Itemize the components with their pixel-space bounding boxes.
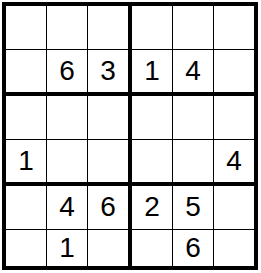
cell-r5c1[interactable] bbox=[6, 186, 47, 230]
cell-r6c4[interactable] bbox=[132, 230, 173, 266]
cell-r2c6[interactable] bbox=[214, 50, 254, 97]
cell-r6c2[interactable]: 1 bbox=[47, 230, 88, 266]
cell-r3c6[interactable] bbox=[214, 96, 254, 140]
cell-r5c3[interactable]: 6 bbox=[88, 186, 132, 230]
cell-r3c3[interactable] bbox=[88, 96, 132, 140]
cell-r1c2[interactable] bbox=[47, 6, 88, 50]
cell-r2c4[interactable]: 1 bbox=[132, 50, 173, 97]
cell-r2c1[interactable] bbox=[6, 50, 47, 97]
cell-r2c5[interactable]: 4 bbox=[173, 50, 214, 97]
cell-r6c5[interactable]: 6 bbox=[173, 230, 214, 266]
sudoku-board: 631414462516 bbox=[2, 2, 258, 270]
cell-r1c6[interactable] bbox=[214, 6, 254, 50]
cell-r6c1[interactable] bbox=[6, 230, 47, 266]
cell-r3c4[interactable] bbox=[132, 96, 173, 140]
cell-r1c3[interactable] bbox=[88, 6, 132, 50]
cell-r5c2[interactable]: 4 bbox=[47, 186, 88, 230]
cell-r6c3[interactable] bbox=[88, 230, 132, 266]
cell-r5c6[interactable] bbox=[214, 186, 254, 230]
cell-r4c6[interactable]: 4 bbox=[214, 140, 254, 187]
cell-r3c2[interactable] bbox=[47, 96, 88, 140]
cell-r3c5[interactable] bbox=[173, 96, 214, 140]
cell-r5c4[interactable]: 2 bbox=[132, 186, 173, 230]
cell-r2c2[interactable]: 6 bbox=[47, 50, 88, 97]
cell-r4c1[interactable]: 1 bbox=[6, 140, 47, 187]
cell-r1c1[interactable] bbox=[6, 6, 47, 50]
cell-r1c4[interactable] bbox=[132, 6, 173, 50]
cell-r6c6[interactable] bbox=[214, 230, 254, 266]
cell-r3c1[interactable] bbox=[6, 96, 47, 140]
cell-r4c3[interactable] bbox=[88, 140, 132, 187]
cell-r4c4[interactable] bbox=[132, 140, 173, 187]
cell-r2c3[interactable]: 3 bbox=[88, 50, 132, 97]
cell-r4c5[interactable] bbox=[173, 140, 214, 187]
cell-r5c5[interactable]: 5 bbox=[173, 186, 214, 230]
cell-r1c5[interactable] bbox=[173, 6, 214, 50]
cell-r4c2[interactable] bbox=[47, 140, 88, 187]
